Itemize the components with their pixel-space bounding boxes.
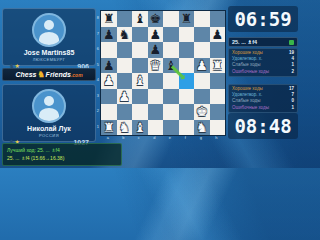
knight-icon: ♞ <box>37 70 44 79</box>
square-f5[interactable] <box>179 58 195 74</box>
square-e8[interactable] <box>163 11 179 27</box>
black-piece-d7[interactable]: ♟ <box>148 27 164 43</box>
white-piece-g5[interactable]: ♟ <box>194 58 210 74</box>
square-g3[interactable] <box>194 89 210 105</box>
square-g8[interactable] <box>194 11 210 27</box>
square-e3[interactable] <box>163 89 179 105</box>
square-h2[interactable] <box>210 104 226 120</box>
square-b2[interactable] <box>117 104 133 120</box>
move-header[interactable]: 25. ... ♗f4 <box>228 37 298 47</box>
square-h5[interactable]: ♜ <box>210 58 226 74</box>
white-piece-d5[interactable]: ♛ <box>148 58 164 74</box>
square-b8[interactable] <box>117 11 133 27</box>
square-b1[interactable]: ♞ <box>117 120 133 136</box>
square-f4[interactable] <box>179 73 195 89</box>
white-piece-h5[interactable]: ♜ <box>210 58 226 74</box>
black-piece-c8[interactable]: ♝ <box>132 11 148 27</box>
square-e7[interactable] <box>163 27 179 43</box>
square-c5[interactable] <box>132 58 148 74</box>
square-f8[interactable]: ♜ <box>179 11 195 27</box>
analysis-hint-box: Лучший ход: 25. ... ♗f4 25. ... ♗f4 (15.… <box>2 143 122 166</box>
square-c2[interactable] <box>132 104 148 120</box>
white-piece-a4[interactable]: ♟ <box>101 73 117 89</box>
square-e4[interactable] <box>163 73 179 89</box>
square-a8[interactable]: ♜ <box>101 11 117 27</box>
logo-text-friends: Friends <box>46 71 71 78</box>
white-piece-b1[interactable]: ♞ <box>117 120 133 136</box>
stats-row: Ошибочные ходы2 <box>232 69 294 75</box>
square-f3[interactable] <box>179 89 195 105</box>
square-b5[interactable] <box>117 58 133 74</box>
square-c1[interactable]: ♝ <box>132 120 148 136</box>
white-piece-c4[interactable]: ♝ <box>132 73 148 89</box>
square-d5[interactable]: ♛ <box>148 58 164 74</box>
black-piece-a7[interactable]: ♟ <box>101 27 117 43</box>
square-e6[interactable] <box>163 42 179 58</box>
square-a5[interactable]: ♟ <box>101 58 117 74</box>
square-a4[interactable]: ♟ <box>101 73 117 89</box>
square-e2[interactable] <box>163 104 179 120</box>
square-h1[interactable] <box>210 120 226 136</box>
player-card-top[interactable]: Jose Martins85 ЛЮКСЕМБУРГ ♞★ 906 <box>2 8 96 66</box>
square-f2[interactable] <box>179 104 195 120</box>
square-h3[interactable] <box>210 89 226 105</box>
clock-bottom: 08:48 <box>228 113 298 139</box>
square-h6[interactable] <box>210 42 226 58</box>
square-d7[interactable]: ♟ <box>148 27 164 43</box>
move-header-text: 25. ... ♗f4 <box>232 39 257 45</box>
black-piece-e5[interactable]: ♝ <box>163 58 179 74</box>
white-piece-a1[interactable]: ♜ <box>101 120 117 136</box>
player-name-bottom: Николай Лук <box>3 124 95 133</box>
file-labels: abcdefgh <box>100 135 224 140</box>
square-a1[interactable]: ♜ <box>101 120 117 136</box>
stats-label: Ошибочные ходы <box>232 69 269 75</box>
stats-table-top: Хорошие ходы19Удовлетвор. х.4Слабые ходы… <box>228 48 298 77</box>
square-g7[interactable] <box>194 27 210 43</box>
avatar <box>32 89 66 123</box>
square-d3[interactable] <box>148 89 164 105</box>
move-quality-badge <box>289 40 294 45</box>
played-move-eval-line: 25. ... ♗f4 (15.66→16.38) <box>7 154 117 162</box>
stats-table-bottom: Хорошие ходы17Удовлетвор. х.7Слабые ходы… <box>228 84 298 113</box>
square-g6[interactable] <box>194 42 210 58</box>
square-f1[interactable] <box>179 120 195 136</box>
square-h7[interactable]: ♟ <box>210 27 226 43</box>
square-c7[interactable] <box>132 27 148 43</box>
stats-row: Ошибочные ходы1 <box>232 105 294 111</box>
square-b4[interactable] <box>117 73 133 89</box>
square-h8[interactable] <box>210 11 226 27</box>
square-g5[interactable]: ♟ <box>194 58 210 74</box>
black-piece-a8[interactable]: ♜ <box>101 11 117 27</box>
black-piece-d8[interactable]: ♚ <box>148 11 164 27</box>
square-h4[interactable] <box>210 73 226 89</box>
logo-text-chess: Chess <box>15 71 36 78</box>
square-b6[interactable] <box>117 42 133 58</box>
square-c4[interactable]: ♝ <box>132 73 148 89</box>
white-piece-g2[interactable]: ♚ <box>194 104 210 120</box>
rank-labels: 87654321 <box>92 10 99 134</box>
best-move-line: Лучший ход: 25. ... ♗f4 <box>7 146 117 154</box>
white-piece-g1[interactable]: ♞ <box>194 120 210 136</box>
stats-value: 2 <box>291 69 294 75</box>
black-piece-f8[interactable]: ♜ <box>179 11 195 27</box>
square-f7[interactable] <box>179 27 195 43</box>
player-card-bottom[interactable]: Николай Лук РОССИЯ ♞★ 1027 <box>2 84 96 142</box>
player-name-top: Jose Martins85 <box>3 48 95 57</box>
logo-text-com: .com <box>71 72 83 78</box>
chess-board[interactable]: ♜♝♚♜♟♞♟♟♟♟♛♝♟♜♟♝♟♚♜♞♝♞ <box>100 10 226 136</box>
black-piece-a5[interactable]: ♟ <box>101 58 117 74</box>
square-d4[interactable] <box>148 73 164 89</box>
square-a3[interactable] <box>101 89 117 105</box>
square-e1[interactable] <box>163 120 179 136</box>
stats-value: 1 <box>291 105 294 111</box>
square-a2[interactable] <box>101 104 117 120</box>
black-piece-d6[interactable]: ♟ <box>148 42 164 58</box>
square-g2[interactable]: ♚ <box>194 104 210 120</box>
black-piece-b7[interactable]: ♞ <box>117 27 133 43</box>
square-c8[interactable]: ♝ <box>132 11 148 27</box>
white-piece-b3[interactable]: ♟ <box>117 89 133 105</box>
square-g4[interactable] <box>194 73 210 89</box>
square-d6[interactable]: ♟ <box>148 42 164 58</box>
square-a7[interactable]: ♟ <box>101 27 117 43</box>
black-piece-h7[interactable]: ♟ <box>210 27 226 43</box>
square-d1[interactable] <box>148 120 164 136</box>
avatar <box>32 13 66 47</box>
square-a6[interactable] <box>101 42 117 58</box>
square-d8[interactable]: ♚ <box>148 11 164 27</box>
square-e5[interactable]: ♝ <box>163 58 179 74</box>
white-piece-c1[interactable]: ♝ <box>132 120 148 136</box>
square-f6[interactable] <box>179 42 195 58</box>
clock-top: 06:59 <box>228 6 298 32</box>
square-c3[interactable] <box>132 89 148 105</box>
square-g1[interactable]: ♞ <box>194 120 210 136</box>
square-b3[interactable]: ♟ <box>117 89 133 105</box>
square-b7[interactable]: ♞ <box>117 27 133 43</box>
square-d2[interactable] <box>148 104 164 120</box>
chessfriends-logo[interactable]: Chess♞Friends.com <box>2 68 96 81</box>
square-c6[interactable] <box>132 42 148 58</box>
stats-label: Ошибочные ходы <box>232 105 269 111</box>
